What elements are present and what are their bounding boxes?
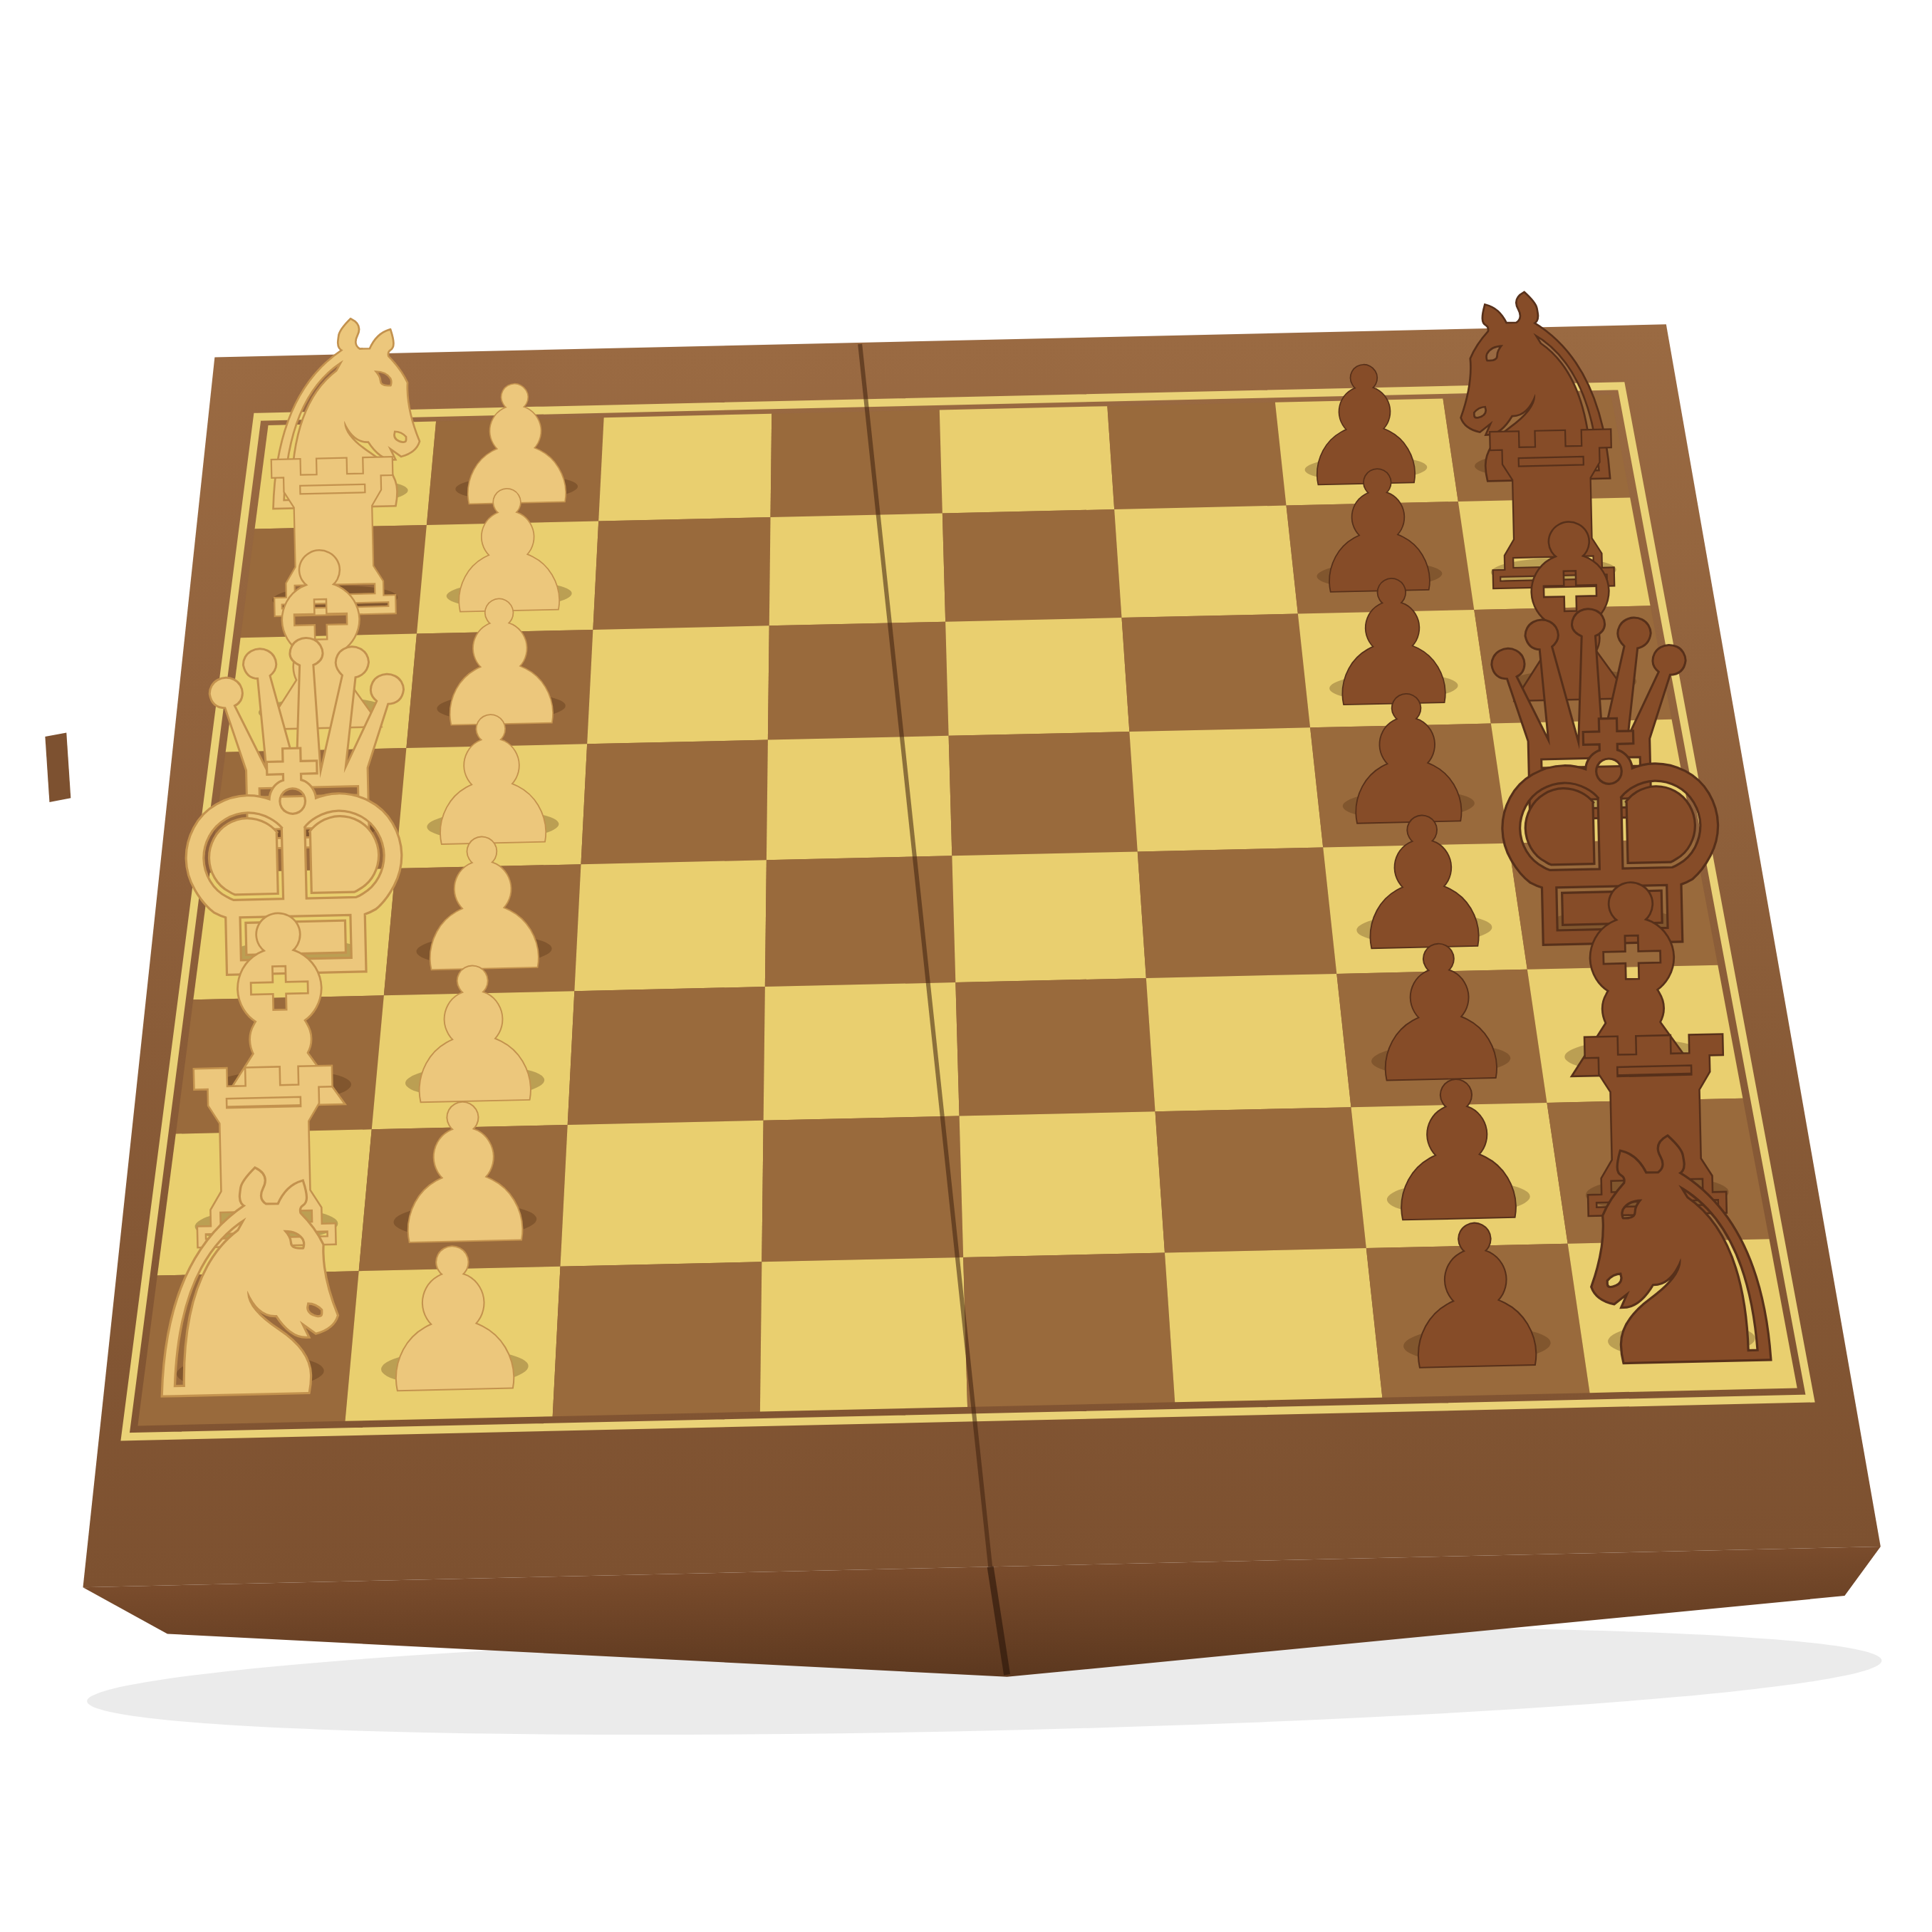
square-c5[interactable]	[945, 618, 1129, 736]
square-b6[interactable]	[1114, 505, 1298, 618]
piece-white-knight-h1[interactable]: ♞	[107, 1105, 390, 1469]
square-b5[interactable]	[942, 509, 1122, 622]
square-c4[interactable]	[765, 622, 948, 740]
square-g4[interactable]	[759, 1116, 963, 1262]
square-g6[interactable]	[1155, 1107, 1366, 1253]
piece-black-pawn-h7[interactable]: ♟	[1386, 1183, 1566, 1413]
square-b3[interactable]	[591, 517, 773, 630]
square-g5[interactable]	[960, 1111, 1165, 1257]
piece-black-knight-h8[interactable]: ♞	[1538, 1073, 1821, 1437]
square-h3[interactable]	[549, 1262, 765, 1416]
square-h6[interactable]	[1165, 1248, 1382, 1403]
board-group: ♞♟♟♞♜♟♟♜♝♟♟♝♛♟♟♛♚♟♟♚♝♟♟♝♜♟♟♜♞♟♟♞	[35, 235, 1884, 1751]
square-d6[interactable]	[1129, 727, 1323, 852]
square-b4[interactable]	[767, 513, 945, 625]
chess-board: ♞♟♟♞♜♟♟♜♝♟♟♝♛♟♟♛♚♟♟♚♝♟♟♝♜♟♟♜♞♟♟♞	[0, 0, 1932, 1932]
square-a3[interactable]	[596, 414, 774, 521]
square-g3[interactable]	[557, 1121, 767, 1267]
square-d3[interactable]	[578, 740, 771, 865]
square-c6[interactable]	[1122, 613, 1311, 732]
square-h4[interactable]	[757, 1257, 967, 1412]
square-c3[interactable]	[585, 625, 772, 744]
square-a4[interactable]	[768, 410, 942, 516]
square-a5[interactable]	[940, 406, 1114, 513]
square-a6[interactable]	[1107, 402, 1286, 510]
square-d5[interactable]	[949, 732, 1138, 856]
square-e5[interactable]	[952, 851, 1146, 982]
photo-background: ♞♟♟♞♜♟♟♜♝♟♟♝♛♟♟♛♚♟♟♚♝♟♟♝♜♟♟♜♞♟♟♞	[0, 0, 1932, 1932]
square-f6[interactable]	[1146, 974, 1351, 1112]
square-d4[interactable]	[764, 736, 952, 860]
square-h5[interactable]	[963, 1252, 1175, 1407]
piece-white-pawn-h2[interactable]: ♟	[364, 1207, 544, 1436]
square-e6[interactable]	[1138, 847, 1337, 978]
square-f3[interactable]	[564, 987, 768, 1125]
clasp	[45, 732, 71, 802]
square-e3[interactable]	[571, 860, 769, 991]
square-f5[interactable]	[955, 978, 1155, 1116]
